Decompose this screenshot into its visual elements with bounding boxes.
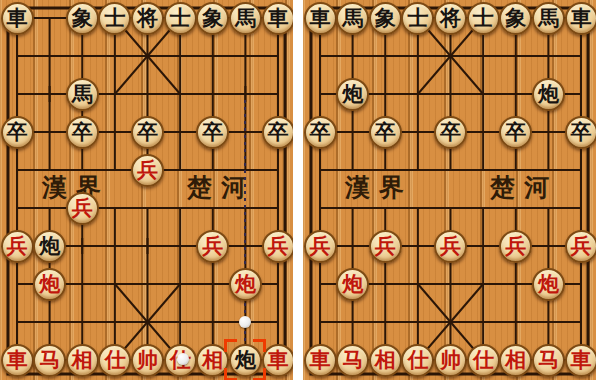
piece-black-cannon[interactable]: 炮 [336, 78, 369, 111]
xiangqi-board-left[interactable]: 漢界 楚河 車象士将士象馬車馬卒卒卒卒卒兵兵兵炮兵兵炮炮車马相仕帅仕相炮車 [0, 0, 293, 380]
piece-black-elephant[interactable]: 象 [499, 2, 532, 35]
piece-black-chariot[interactable]: 車 [262, 2, 294, 35]
piece-black-soldier[interactable]: 卒 [565, 116, 596, 149]
piece-red-soldier[interactable]: 兵 [304, 230, 337, 263]
piece-black-soldier[interactable]: 卒 [196, 116, 229, 149]
piece-red-elephant[interactable]: 相 [499, 344, 532, 377]
piece-black-general[interactable]: 将 [434, 2, 467, 35]
piece-black-general[interactable]: 将 [131, 2, 164, 35]
piece-black-soldier[interactable]: 卒 [131, 116, 164, 149]
piece-black-soldier[interactable]: 卒 [1, 116, 34, 149]
piece-red-chariot[interactable]: 車 [304, 344, 337, 377]
piece-black-chariot[interactable]: 車 [304, 2, 337, 35]
piece-red-advisor[interactable]: 仕 [401, 344, 434, 377]
piece-red-soldier[interactable]: 兵 [1, 230, 34, 263]
piece-red-advisor[interactable]: 仕 [164, 344, 197, 377]
piece-black-horse[interactable]: 馬 [229, 2, 262, 35]
piece-black-horse[interactable]: 馬 [532, 2, 565, 35]
piece-red-soldier[interactable]: 兵 [66, 192, 99, 225]
piece-red-elephant[interactable]: 相 [66, 344, 99, 377]
piece-red-cannon[interactable]: 炮 [33, 268, 66, 301]
piece-red-soldier[interactable]: 兵 [434, 230, 467, 263]
piece-red-horse[interactable]: 马 [532, 344, 565, 377]
piece-red-elephant[interactable]: 相 [196, 344, 229, 377]
piece-red-chariot[interactable]: 車 [565, 344, 596, 377]
piece-red-chariot[interactable]: 車 [262, 344, 294, 377]
piece-black-elephant[interactable]: 象 [369, 2, 402, 35]
piece-red-chariot[interactable]: 車 [1, 344, 34, 377]
piece-black-cannon[interactable]: 炮 [33, 230, 66, 263]
piece-black-advisor[interactable]: 士 [401, 2, 434, 35]
piece-black-elephant[interactable]: 象 [196, 2, 229, 35]
piece-black-cannon[interactable]: 炮 [532, 78, 565, 111]
piece-red-soldier[interactable]: 兵 [262, 230, 294, 263]
piece-black-soldier[interactable]: 卒 [499, 116, 532, 149]
piece-black-horse[interactable]: 馬 [66, 78, 99, 111]
piece-red-cannon[interactable]: 炮 [532, 268, 565, 301]
piece-red-soldier[interactable]: 兵 [131, 154, 164, 187]
board-grid [0, 0, 293, 380]
piece-red-cannon[interactable]: 炮 [336, 268, 369, 301]
piece-red-horse[interactable]: 马 [336, 344, 369, 377]
piece-black-chariot[interactable]: 車 [1, 2, 34, 35]
piece-black-advisor[interactable]: 士 [164, 2, 197, 35]
piece-black-soldier[interactable]: 卒 [262, 116, 294, 149]
piece-black-soldier[interactable]: 卒 [66, 116, 99, 149]
piece-red-advisor[interactable]: 仕 [98, 344, 131, 377]
piece-black-soldier[interactable]: 卒 [369, 116, 402, 149]
piece-red-general[interactable]: 帅 [131, 344, 164, 377]
piece-red-advisor[interactable]: 仕 [467, 344, 500, 377]
piece-black-advisor[interactable]: 士 [98, 2, 131, 35]
piece-red-horse[interactable]: 马 [33, 344, 66, 377]
page: { "game": "xiangqi", "position": { "left… [0, 0, 596, 380]
piece-black-elephant[interactable]: 象 [66, 2, 99, 35]
piece-black-soldier[interactable]: 卒 [304, 116, 337, 149]
piece-red-soldier[interactable]: 兵 [565, 230, 596, 263]
piece-black-horse[interactable]: 馬 [336, 2, 369, 35]
piece-red-cannon[interactable]: 炮 [229, 268, 262, 301]
piece-red-soldier[interactable]: 兵 [196, 230, 229, 263]
piece-red-elephant[interactable]: 相 [369, 344, 402, 377]
piece-red-soldier[interactable]: 兵 [499, 230, 532, 263]
piece-black-advisor[interactable]: 士 [467, 2, 500, 35]
piece-red-general[interactable]: 帅 [434, 344, 467, 377]
xiangqi-board-right[interactable]: 漢界 楚河 車馬象士将士象馬車炮炮卒卒卒卒卒兵兵兵兵兵炮炮車马相仕帅仕相马車 [303, 0, 596, 380]
board-grid [303, 0, 596, 380]
piece-red-soldier[interactable]: 兵 [369, 230, 402, 263]
piece-black-soldier[interactable]: 卒 [434, 116, 467, 149]
piece-black-cannon[interactable]: 炮 [229, 344, 262, 377]
piece-black-chariot[interactable]: 車 [565, 2, 596, 35]
